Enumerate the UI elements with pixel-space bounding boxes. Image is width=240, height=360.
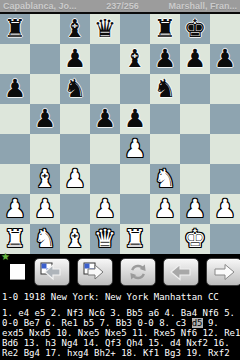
square-f8[interactable]: ♜	[150, 14, 180, 44]
right-arrow-icon	[212, 263, 236, 281]
prev-game-button[interactable]	[34, 258, 70, 286]
square-c3[interactable]: ♟	[60, 164, 90, 194]
square-e1[interactable]: ♜	[120, 224, 150, 254]
square-g8[interactable]: ♚	[180, 14, 210, 44]
black-pawn-piece: ♟	[0, 74, 30, 103]
next-move-button[interactable]	[206, 258, 240, 286]
square-a7[interactable]	[0, 44, 30, 74]
square-c6[interactable]: ♞	[60, 74, 90, 104]
square-b5[interactable]: ♟	[30, 104, 60, 134]
square-e5[interactable]: ♟	[120, 104, 150, 134]
black-king-piece: ♚	[180, 14, 210, 43]
square-a1[interactable]: ♜	[0, 224, 30, 254]
square-a5[interactable]	[0, 104, 30, 134]
square-d1[interactable]: ♛	[90, 224, 120, 254]
square-f3[interactable]: ♞	[150, 164, 180, 194]
square-g3[interactable]	[180, 164, 210, 194]
square-h4[interactable]	[210, 134, 240, 164]
square-g1[interactable]: ♚	[180, 224, 210, 254]
square-d8[interactable]: ♛	[90, 14, 120, 44]
toolbar-buttons	[34, 258, 240, 286]
square-d7[interactable]	[90, 44, 120, 74]
move-line[interactable]: 0-0 Be7 6. Re1 b5 7. Bb3 0-0 8. c3 d5 9.	[2, 318, 240, 328]
black-pawn-piece: ♟	[90, 104, 120, 133]
black-pawn-piece: ♟	[210, 44, 240, 73]
white-pawn-piece: ♟	[180, 194, 210, 223]
square-e7[interactable]: ♝	[120, 44, 150, 74]
white-queen-piece: ♛	[90, 224, 120, 253]
black-bishop-piece: ♝	[120, 44, 150, 73]
white-pawn-piece: ♟	[0, 194, 30, 223]
black-rook-piece: ♜	[150, 14, 180, 43]
prev-move-button[interactable]	[163, 258, 199, 286]
move-list[interactable]: 1. e4 e5 2. Nf3 Nc6 3. Bb5 a6 4. Ba4 Nf6…	[2, 308, 240, 358]
black-pawn-piece: ♟	[30, 104, 60, 133]
game-text-panel: 1-0 1918 New York: New York Manhattan CC…	[0, 290, 240, 358]
square-d3[interactable]	[90, 164, 120, 194]
checkbox[interactable]	[10, 264, 25, 280]
square-h8[interactable]	[210, 14, 240, 44]
square-g5[interactable]	[180, 104, 210, 134]
square-h3[interactable]	[210, 164, 240, 194]
square-f4[interactable]	[150, 134, 180, 164]
square-e2[interactable]	[120, 194, 150, 224]
move-line[interactable]: exd5 Nxd5 10. Nxe5 Nxe5 11. Rxe5 Nf6 12.…	[2, 328, 240, 338]
white-player-name: Capablanca, Jo...	[3, 1, 77, 11]
square-f6[interactable]: ♞	[150, 74, 180, 104]
square-h2[interactable]: ♟	[210, 194, 240, 224]
square-b3[interactable]: ♝	[30, 164, 60, 194]
move-line[interactable]: Bd6 13. h3 Ng4 14. Qf3 Qh4 15. d4 Nxf2 1…	[2, 338, 240, 348]
white-pawn-piece: ♟	[90, 194, 120, 223]
reload-game-button[interactable]	[120, 258, 156, 286]
title-bar: Capablanca, Jo... 237/256 Marshall, Fran…	[0, 0, 240, 12]
square-c1[interactable]: ♝	[60, 224, 90, 254]
toolbar: ★	[0, 254, 240, 290]
black-player-name: Marshall, Fran...	[168, 1, 237, 11]
white-pawn-piece: ♟	[150, 194, 180, 223]
game-counter: 237/256	[106, 1, 139, 11]
move-line[interactable]: 1. e4 e5 2. Nf3 Nc6 3. Bb5 a6 4. Ba4 Nf6…	[2, 308, 240, 318]
square-c2[interactable]	[60, 194, 90, 224]
square-c8[interactable]: ♝	[60, 14, 90, 44]
square-f7[interactable]: ♟	[150, 44, 180, 74]
square-g2[interactable]: ♟	[180, 194, 210, 224]
current-move-highlight[interactable]: d5	[192, 318, 203, 328]
square-d4[interactable]	[90, 134, 120, 164]
black-pawn-piece: ♟	[150, 44, 180, 73]
square-b7[interactable]	[30, 44, 60, 74]
square-h6[interactable]	[210, 74, 240, 104]
square-b2[interactable]: ♟	[30, 194, 60, 224]
square-a8[interactable]: ♜	[0, 14, 30, 44]
board-with-right-arrow-icon	[83, 262, 107, 282]
black-rook-piece: ♜	[0, 14, 30, 43]
chess-board[interactable]: ♜♝♛♜♚♟♝♟♟♟♟♞♞♟♟♟♟♝♟♞♟♟♟♟♟♟♜♞♝♛♜♚	[0, 14, 240, 254]
white-pawn-piece: ♟	[30, 194, 60, 223]
white-rook-piece: ♜	[0, 224, 30, 253]
white-knight-piece: ♞	[30, 224, 60, 253]
square-e8[interactable]	[120, 14, 150, 44]
black-queen-piece: ♛	[90, 14, 120, 43]
move-line[interactable]: Re2 Bg4 17. hxg4 Bh2+ 18. Kf1 Bg3 19. Rx…	[2, 348, 240, 358]
board-with-left-arrow-icon	[40, 262, 64, 282]
square-a4[interactable]	[0, 134, 30, 164]
square-g6[interactable]	[180, 74, 210, 104]
square-e6[interactable]	[120, 74, 150, 104]
square-d2[interactable]: ♟	[90, 194, 120, 224]
black-bishop-piece: ♝	[60, 14, 90, 43]
square-h1[interactable]	[210, 224, 240, 254]
square-e4[interactable]: ♟	[120, 134, 150, 164]
square-c4[interactable]	[60, 134, 90, 164]
white-rook-piece: ♜	[120, 224, 150, 253]
square-h7[interactable]: ♟	[210, 44, 240, 74]
white-pawn-piece: ♟	[210, 194, 240, 223]
square-b6[interactable]	[30, 74, 60, 104]
square-e3[interactable]	[120, 164, 150, 194]
black-knight-piece: ♞	[150, 74, 180, 103]
white-knight-piece: ♞	[150, 164, 180, 193]
black-pawn-piece: ♟	[180, 44, 210, 73]
square-b1[interactable]: ♞	[30, 224, 60, 254]
black-knight-piece: ♞	[60, 74, 90, 103]
square-d5[interactable]: ♟	[90, 104, 120, 134]
refresh-icon	[127, 262, 149, 282]
square-f2[interactable]: ♟	[150, 194, 180, 224]
square-c7[interactable]: ♟	[60, 44, 90, 74]
white-pawn-piece: ♟	[120, 134, 150, 163]
square-b4[interactable]	[30, 134, 60, 164]
square-g4[interactable]	[180, 134, 210, 164]
left-arrow-icon	[169, 263, 193, 281]
square-h5[interactable]	[210, 104, 240, 134]
white-king-piece: ♚	[180, 224, 210, 253]
square-f1[interactable]	[150, 224, 180, 254]
square-a3[interactable]	[0, 164, 30, 194]
square-a6[interactable]: ♟	[0, 74, 30, 104]
black-pawn-piece: ♟	[120, 104, 150, 133]
white-bishop-piece: ♝	[30, 164, 60, 193]
square-c5[interactable]	[60, 104, 90, 134]
next-game-button[interactable]	[77, 258, 113, 286]
white-bishop-piece: ♝	[60, 224, 90, 253]
game-result-event: 1-0 1918 New York: New York Manhattan CC	[2, 292, 240, 302]
square-d6[interactable]	[90, 74, 120, 104]
square-g7[interactable]: ♟	[180, 44, 210, 74]
square-f5[interactable]	[150, 104, 180, 134]
square-b8[interactable]	[30, 14, 60, 44]
white-pawn-piece: ♟	[60, 164, 90, 193]
square-a2[interactable]: ♟	[0, 194, 30, 224]
favorite-star-icon: ★	[1, 252, 10, 262]
black-pawn-piece: ♟	[60, 44, 90, 73]
